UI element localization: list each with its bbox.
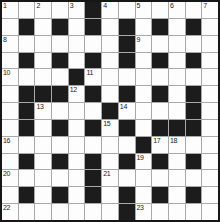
cell-r5c6[interactable]: 11 — [85, 69, 101, 85]
cell-r9c10[interactable]: 17 — [152, 137, 168, 153]
black-cell-r10c12 — [186, 154, 202, 170]
cell-r4c7[interactable] — [102, 53, 118, 69]
cell-r8c9[interactable] — [136, 120, 152, 136]
cell-r13c11[interactable] — [169, 204, 185, 220]
black-cell-r8c2 — [19, 120, 35, 136]
clue-number: 18 — [170, 137, 177, 145]
clue-number: 7 — [203, 2, 207, 10]
clue-number: 23 — [137, 204, 144, 212]
cell-r9c4[interactable] — [52, 137, 68, 153]
cell-r5c7[interactable] — [102, 69, 118, 85]
cell-r13c2[interactable] — [19, 204, 35, 220]
cell-r11c2[interactable] — [19, 170, 35, 186]
cell-r4c5[interactable] — [69, 53, 85, 69]
black-cell-r6c10 — [152, 86, 168, 102]
cell-r12c7[interactable] — [102, 187, 118, 203]
cell-r9c13[interactable] — [202, 137, 218, 153]
cell-r9c2[interactable] — [19, 137, 35, 153]
black-cell-r10c2 — [19, 154, 35, 170]
cell-r3c2[interactable] — [19, 36, 35, 52]
black-cell-r10c6 — [85, 154, 101, 170]
cell-r1c5[interactable]: 3 — [69, 2, 85, 18]
cell-r3c11[interactable] — [169, 36, 185, 52]
cell-r7c10[interactable] — [152, 103, 168, 119]
cell-r7c5[interactable] — [69, 103, 85, 119]
cell-r1c3[interactable]: 2 — [35, 2, 51, 18]
black-cell-r4c2 — [19, 53, 35, 69]
cell-r4c9[interactable] — [136, 53, 152, 69]
black-cell-r3c8 — [119, 36, 135, 52]
black-cell-r7c12 — [186, 103, 202, 119]
cell-r11c3[interactable] — [35, 170, 51, 186]
cell-r13c10[interactable] — [152, 204, 168, 220]
cell-r6c1[interactable] — [2, 86, 18, 102]
black-cell-r6c6 — [85, 86, 101, 102]
cell-r8c3[interactable] — [35, 120, 51, 136]
cell-r5c4[interactable] — [52, 69, 68, 85]
clue-number: 21 — [103, 170, 110, 178]
cell-r12c11[interactable] — [169, 187, 185, 203]
cell-r12c13[interactable] — [202, 187, 218, 203]
cell-r11c9[interactable] — [136, 170, 152, 186]
black-cell-r2c10 — [152, 19, 168, 35]
cell-r3c4[interactable] — [52, 36, 68, 52]
cell-r7c11[interactable] — [169, 103, 185, 119]
cell-r9c5[interactable] — [69, 137, 85, 153]
cell-r6c13[interactable] — [202, 86, 218, 102]
crossword-grid: 1234567891011121314151617181920212223 — [0, 0, 220, 222]
cell-r13c7[interactable] — [102, 204, 118, 220]
black-cell-r12c8 — [119, 187, 135, 203]
cell-r2c1[interactable] — [2, 19, 18, 35]
cell-r6c5[interactable]: 12 — [69, 86, 85, 102]
clue-number: 17 — [153, 137, 160, 145]
black-cell-r12c4 — [52, 187, 68, 203]
cell-r8c1[interactable] — [2, 120, 18, 136]
black-cell-r5c5 — [69, 69, 85, 85]
black-cell-r12c10 — [152, 187, 168, 203]
cell-r5c12[interactable] — [186, 69, 202, 85]
cell-r7c3[interactable]: 13 — [35, 103, 51, 119]
black-cell-r8c6 — [85, 120, 101, 136]
cell-r7c9[interactable] — [136, 103, 152, 119]
cell-r12c1[interactable] — [2, 187, 18, 203]
cell-r1c4[interactable] — [52, 2, 68, 18]
cell-r11c8[interactable] — [119, 170, 135, 186]
black-cell-r10c8 — [119, 154, 135, 170]
cell-r3c12[interactable] — [186, 36, 202, 52]
cell-r3c3[interactable] — [35, 36, 51, 52]
cell-r13c9[interactable]: 23 — [136, 204, 152, 220]
clue-number: 15 — [103, 120, 110, 128]
cell-r3c1[interactable]: 8 — [2, 36, 18, 52]
cell-r4c11[interactable] — [169, 53, 185, 69]
cell-r7c13[interactable] — [202, 103, 218, 119]
cell-r1c10[interactable] — [152, 2, 168, 18]
cell-r13c5[interactable] — [69, 204, 85, 220]
black-cell-r4c12 — [186, 53, 202, 69]
black-cell-r10c4 — [52, 154, 68, 170]
clue-number: 5 — [137, 2, 141, 10]
clue-number: 6 — [170, 2, 174, 10]
cell-r9c11[interactable]: 18 — [169, 137, 185, 153]
cell-r13c12[interactable] — [186, 204, 202, 220]
cell-r1c7[interactable]: 4 — [102, 2, 118, 18]
cell-r3c5[interactable] — [69, 36, 85, 52]
black-cell-r12c2 — [19, 187, 35, 203]
black-cell-r7c7 — [102, 103, 118, 119]
black-cell-r6c4 — [52, 86, 68, 102]
cell-r9c7[interactable] — [102, 137, 118, 153]
clue-number: 9 — [137, 36, 141, 44]
cell-r9c8[interactable] — [119, 137, 135, 153]
cell-r3c7[interactable] — [102, 36, 118, 52]
black-cell-r4c10 — [152, 53, 168, 69]
cell-r1c9[interactable]: 5 — [136, 2, 152, 18]
black-cell-r2c4 — [52, 19, 68, 35]
black-cell-r6c8 — [119, 86, 135, 102]
cell-r7c4[interactable] — [52, 103, 68, 119]
cell-r8c5[interactable] — [69, 120, 85, 136]
black-cell-r11c6 — [85, 170, 101, 186]
cell-r10c9[interactable]: 19 — [136, 154, 152, 170]
cell-r6c9[interactable] — [136, 86, 152, 102]
cell-r13c13[interactable] — [202, 204, 218, 220]
clue-number: 22 — [3, 204, 10, 212]
cell-r5c9[interactable] — [136, 69, 152, 85]
clue-number: 13 — [36, 103, 43, 111]
cell-r3c13[interactable] — [202, 36, 218, 52]
black-cell-r8c12 — [186, 120, 202, 136]
cell-r5c8[interactable] — [119, 69, 135, 85]
cell-r6c7[interactable] — [102, 86, 118, 102]
cell-r12c9[interactable] — [136, 187, 152, 203]
cell-r7c8[interactable]: 14 — [119, 103, 135, 119]
cell-r5c1[interactable]: 10 — [2, 69, 18, 85]
black-cell-r1c6 — [85, 2, 101, 18]
cell-r10c13[interactable] — [202, 154, 218, 170]
clue-number: 8 — [3, 36, 7, 44]
cell-r11c4[interactable] — [52, 170, 68, 186]
clue-number: 11 — [86, 69, 93, 77]
clue-number: 1 — [3, 2, 7, 10]
black-cell-r6c2 — [19, 86, 35, 102]
black-cell-r2c12 — [186, 19, 202, 35]
black-cell-r8c11 — [169, 120, 185, 136]
clue-number: 10 — [3, 69, 10, 77]
cell-r7c1[interactable] — [2, 103, 18, 119]
cell-r11c12[interactable] — [186, 170, 202, 186]
cell-r1c13[interactable]: 7 — [202, 2, 218, 18]
black-cell-r2c6 — [85, 19, 101, 35]
black-cell-r9c9 — [136, 137, 152, 153]
cell-r11c1[interactable]: 20 — [2, 170, 18, 186]
cell-r11c11[interactable] — [169, 170, 185, 186]
cell-r10c7[interactable] — [102, 154, 118, 170]
cell-r9c3[interactable] — [35, 137, 51, 153]
black-cell-r6c12 — [186, 86, 202, 102]
black-cell-r8c8 — [119, 120, 135, 136]
black-cell-r10c10 — [152, 154, 168, 170]
cell-r10c1[interactable] — [2, 154, 18, 170]
clue-number: 14 — [120, 103, 127, 111]
cell-r11c13[interactable] — [202, 170, 218, 186]
cell-r11c5[interactable] — [69, 170, 85, 186]
cell-r5c3[interactable] — [35, 69, 51, 85]
cell-r4c13[interactable] — [202, 53, 218, 69]
black-cell-r4c6 — [85, 53, 101, 69]
black-cell-r12c6 — [85, 187, 101, 203]
cell-r4c3[interactable] — [35, 53, 51, 69]
black-cell-r6c3 — [35, 86, 51, 102]
cell-r1c1[interactable]: 1 — [2, 2, 18, 18]
cell-r12c5[interactable] — [69, 187, 85, 203]
black-cell-r2c8 — [119, 19, 135, 35]
cell-r2c7[interactable] — [102, 19, 118, 35]
cell-r13c6[interactable] — [85, 204, 101, 220]
cell-r12c3[interactable] — [35, 187, 51, 203]
clue-number: 12 — [70, 86, 77, 94]
cell-r13c1[interactable]: 22 — [2, 204, 18, 220]
black-cell-r2c2 — [19, 19, 35, 35]
cell-r4c1[interactable] — [2, 53, 18, 69]
cell-r9c1[interactable]: 16 — [2, 137, 18, 153]
cell-r1c12[interactable] — [186, 2, 202, 18]
cell-r6c11[interactable] — [169, 86, 185, 102]
black-cell-r4c4 — [52, 53, 68, 69]
black-cell-r13c8 — [119, 204, 135, 220]
cell-r7c6[interactable] — [85, 103, 101, 119]
clue-number: 4 — [103, 2, 107, 10]
cell-r5c13[interactable] — [202, 69, 218, 85]
cell-r3c9[interactable]: 9 — [136, 36, 152, 52]
black-cell-r12c12 — [186, 187, 202, 203]
cell-r13c3[interactable] — [35, 204, 51, 220]
cell-r10c11[interactable] — [169, 154, 185, 170]
clue-number: 16 — [3, 137, 10, 145]
cell-r1c2[interactable] — [19, 2, 35, 18]
cell-r8c13[interactable] — [202, 120, 218, 136]
clue-number: 2 — [36, 2, 40, 10]
cell-r9c6[interactable] — [85, 137, 101, 153]
black-cell-r4c8 — [119, 53, 135, 69]
black-cell-r7c2 — [19, 103, 35, 119]
cell-r2c3[interactable] — [35, 19, 51, 35]
black-cell-r8c10 — [152, 120, 168, 136]
cell-r2c11[interactable] — [169, 19, 185, 35]
cell-r10c3[interactable] — [35, 154, 51, 170]
cell-r8c7[interactable]: 15 — [102, 120, 118, 136]
cell-r5c2[interactable] — [19, 69, 35, 85]
cell-r10c5[interactable] — [69, 154, 85, 170]
cell-r1c8[interactable] — [119, 2, 135, 18]
cell-r3c10[interactable] — [152, 36, 168, 52]
cell-r2c9[interactable] — [136, 19, 152, 35]
cell-r2c13[interactable] — [202, 19, 218, 35]
cell-r5c10[interactable] — [152, 69, 168, 85]
cell-r5c11[interactable] — [169, 69, 185, 85]
clue-number: 20 — [3, 170, 10, 178]
cell-r13c4[interactable] — [52, 204, 68, 220]
clue-number: 19 — [137, 154, 144, 162]
black-cell-r8c4 — [52, 120, 68, 136]
cell-r9c12[interactable] — [186, 137, 202, 153]
cell-r3c6[interactable] — [85, 36, 101, 52]
cell-r2c5[interactable] — [69, 19, 85, 35]
clue-number: 3 — [70, 2, 74, 10]
cell-r1c11[interactable]: 6 — [169, 2, 185, 18]
cell-r11c10[interactable] — [152, 170, 168, 186]
cell-r11c7[interactable]: 21 — [102, 170, 118, 186]
